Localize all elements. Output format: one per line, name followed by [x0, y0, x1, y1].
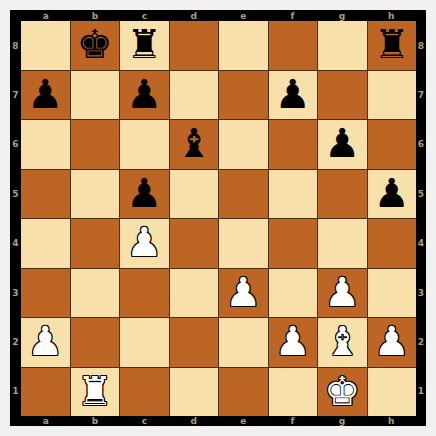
square-h8[interactable]: ♜: [368, 21, 417, 70]
square-e2[interactable]: [219, 318, 268, 367]
square-a4[interactable]: [21, 219, 70, 268]
square-a1[interactable]: [21, 368, 70, 417]
square-a5[interactable]: [21, 170, 70, 219]
square-c6[interactable]: [120, 120, 169, 169]
black-bishop[interactable]: ♝: [176, 123, 212, 163]
square-b6[interactable]: [71, 120, 120, 169]
square-c8[interactable]: ♜: [120, 21, 169, 70]
square-h4[interactable]: [368, 219, 417, 268]
square-f7[interactable]: ♟: [269, 71, 318, 120]
black-pawn[interactable]: ♟: [324, 123, 360, 163]
square-d4[interactable]: [170, 219, 219, 268]
square-e6[interactable]: [219, 120, 268, 169]
white-pawn[interactable]: ♟: [225, 272, 261, 312]
square-d2[interactable]: [170, 318, 219, 367]
square-d8[interactable]: [170, 21, 219, 70]
square-e8[interactable]: [219, 21, 268, 70]
square-g6[interactable]: ♟: [318, 120, 367, 169]
square-b8[interactable]: ♚: [71, 21, 120, 70]
chess-diagram: abcdefgh abcdefgh 87654321 87654321 ♚♜♜♟…: [0, 0, 436, 436]
square-b7[interactable]: [71, 71, 120, 120]
square-a8[interactable]: [21, 21, 70, 70]
square-c5[interactable]: ♟: [120, 170, 169, 219]
square-h6[interactable]: [368, 120, 417, 169]
square-e3[interactable]: ♟: [219, 269, 268, 318]
square-d5[interactable]: [170, 170, 219, 219]
black-pawn[interactable]: ♟: [27, 74, 63, 114]
square-c3[interactable]: [120, 269, 169, 318]
square-c2[interactable]: [120, 318, 169, 367]
square-h2[interactable]: ♟: [368, 318, 417, 367]
square-c1[interactable]: [120, 368, 169, 417]
square-f4[interactable]: [269, 219, 318, 268]
white-king[interactable]: ♚: [324, 371, 360, 411]
square-d7[interactable]: [170, 71, 219, 120]
square-h1[interactable]: [368, 368, 417, 417]
square-e4[interactable]: [219, 219, 268, 268]
black-pawn[interactable]: ♟: [126, 173, 162, 213]
square-f6[interactable]: [269, 120, 318, 169]
white-pawn[interactable]: ♟: [27, 321, 63, 361]
square-f8[interactable]: [269, 21, 318, 70]
square-g8[interactable]: [318, 21, 367, 70]
black-pawn[interactable]: ♟: [126, 74, 162, 114]
square-f1[interactable]: [269, 368, 318, 417]
square-a2[interactable]: ♟: [21, 318, 70, 367]
square-d1[interactable]: [170, 368, 219, 417]
black-pawn[interactable]: ♟: [374, 173, 410, 213]
square-h5[interactable]: ♟: [368, 170, 417, 219]
square-g2[interactable]: ♝: [318, 318, 367, 367]
square-b3[interactable]: [71, 269, 120, 318]
black-rook[interactable]: ♜: [374, 24, 410, 64]
square-e7[interactable]: [219, 71, 268, 120]
square-g7[interactable]: [318, 71, 367, 120]
black-rook[interactable]: ♜: [126, 24, 162, 64]
white-bishop[interactable]: ♝: [324, 321, 360, 361]
square-a7[interactable]: ♟: [21, 71, 70, 120]
square-g1[interactable]: ♚: [318, 368, 367, 417]
white-pawn[interactable]: ♟: [374, 321, 410, 361]
white-pawn[interactable]: ♟: [324, 272, 360, 312]
square-a6[interactable]: [21, 120, 70, 169]
white-rook[interactable]: ♜: [77, 371, 113, 411]
square-b2[interactable]: [71, 318, 120, 367]
square-b1[interactable]: ♜: [71, 368, 120, 417]
square-c4[interactable]: ♟: [120, 219, 169, 268]
square-e1[interactable]: [219, 368, 268, 417]
square-a3[interactable]: [21, 269, 70, 318]
chess-board: ♚♜♜♟♟♟♝♟♟♟♟♟♟♟♟♝♟♜♚: [21, 21, 416, 416]
white-pawn[interactable]: ♟: [275, 321, 311, 361]
square-g5[interactable]: [318, 170, 367, 219]
square-g3[interactable]: ♟: [318, 269, 367, 318]
black-pawn[interactable]: ♟: [275, 74, 311, 114]
square-d6[interactable]: ♝: [170, 120, 219, 169]
square-b5[interactable]: [71, 170, 120, 219]
black-king[interactable]: ♚: [77, 24, 113, 64]
square-d3[interactable]: [170, 269, 219, 318]
square-e5[interactable]: [219, 170, 268, 219]
square-g4[interactable]: [318, 219, 367, 268]
square-c7[interactable]: ♟: [120, 71, 169, 120]
square-b4[interactable]: [71, 219, 120, 268]
square-f5[interactable]: [269, 170, 318, 219]
square-f3[interactable]: [269, 269, 318, 318]
square-f2[interactable]: ♟: [269, 318, 318, 367]
square-h3[interactable]: [368, 269, 417, 318]
white-pawn[interactable]: ♟: [126, 222, 162, 262]
square-h7[interactable]: [368, 71, 417, 120]
